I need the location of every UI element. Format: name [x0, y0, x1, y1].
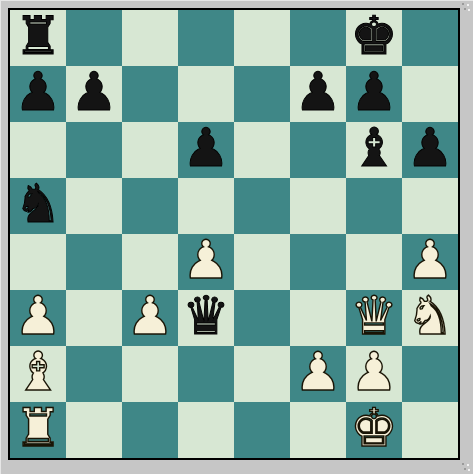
board-frame: ♜♚♟♟♟♟♟♝♟♞♟♟♟♟♛♛♞♝♟♟♜♚ [0, 0, 473, 474]
square-f8[interactable] [290, 10, 346, 66]
piece-white-pawn-d4[interactable]: ♟ [182, 232, 230, 288]
piece-white-queen-g3[interactable]: ♛ [350, 288, 398, 344]
square-b3[interactable] [66, 290, 122, 346]
piece-black-pawn-a7[interactable]: ♟ [14, 64, 62, 120]
square-a7[interactable]: ♟ [10, 66, 66, 122]
square-c2[interactable] [122, 346, 178, 402]
piece-white-bishop-a2[interactable]: ♝ [14, 344, 62, 400]
square-f6[interactable] [290, 122, 346, 178]
chess-board: ♜♚♟♟♟♟♟♝♟♞♟♟♟♟♛♛♞♝♟♟♜♚ [8, 8, 460, 460]
piece-white-pawn-c3[interactable]: ♟ [126, 288, 174, 344]
square-a6[interactable] [10, 122, 66, 178]
square-b8[interactable] [66, 10, 122, 66]
piece-white-rook-a1[interactable]: ♜ [14, 400, 62, 456]
square-c4[interactable] [122, 234, 178, 290]
square-b2[interactable] [66, 346, 122, 402]
square-g5[interactable] [346, 178, 402, 234]
square-g7[interactable]: ♟ [346, 66, 402, 122]
square-d7[interactable] [178, 66, 234, 122]
piece-white-pawn-g2[interactable]: ♟ [350, 344, 398, 400]
square-a1[interactable]: ♜ [10, 402, 66, 458]
square-e3[interactable] [234, 290, 290, 346]
square-d1[interactable] [178, 402, 234, 458]
piece-black-knight-a5[interactable]: ♞ [14, 176, 62, 232]
piece-black-pawn-h6[interactable]: ♟ [406, 120, 454, 176]
square-f5[interactable] [290, 178, 346, 234]
piece-white-pawn-f2[interactable]: ♟ [294, 344, 342, 400]
square-g8[interactable]: ♚ [346, 10, 402, 66]
square-h4[interactable]: ♟ [402, 234, 458, 290]
square-g3[interactable]: ♛ [346, 290, 402, 346]
square-e8[interactable] [234, 10, 290, 66]
square-d8[interactable] [178, 10, 234, 66]
square-h7[interactable] [402, 66, 458, 122]
square-f4[interactable] [290, 234, 346, 290]
frame-corner-texture-top-right [461, 2, 472, 13]
square-c1[interactable] [122, 402, 178, 458]
square-c5[interactable] [122, 178, 178, 234]
square-h3[interactable]: ♞ [402, 290, 458, 346]
square-c8[interactable] [122, 10, 178, 66]
piece-black-pawn-d6[interactable]: ♟ [182, 120, 230, 176]
square-g2[interactable]: ♟ [346, 346, 402, 402]
square-d3[interactable]: ♛ [178, 290, 234, 346]
square-b5[interactable] [66, 178, 122, 234]
piece-black-king-g8[interactable]: ♚ [350, 8, 398, 64]
square-e4[interactable] [234, 234, 290, 290]
square-a2[interactable]: ♝ [10, 346, 66, 402]
piece-black-pawn-f7[interactable]: ♟ [294, 64, 342, 120]
piece-black-bishop-g6[interactable]: ♝ [350, 120, 398, 176]
square-b4[interactable] [66, 234, 122, 290]
piece-white-pawn-h4[interactable]: ♟ [406, 232, 454, 288]
frame-corner-texture-bottom-right [461, 462, 472, 473]
piece-black-queen-d3[interactable]: ♛ [182, 288, 230, 344]
square-c3[interactable]: ♟ [122, 290, 178, 346]
square-a8[interactable]: ♜ [10, 10, 66, 66]
square-b7[interactable]: ♟ [66, 66, 122, 122]
square-d6[interactable]: ♟ [178, 122, 234, 178]
piece-black-rook-a8[interactable]: ♜ [14, 8, 62, 64]
square-f1[interactable] [290, 402, 346, 458]
square-h6[interactable]: ♟ [402, 122, 458, 178]
square-e7[interactable] [234, 66, 290, 122]
square-d2[interactable] [178, 346, 234, 402]
square-b1[interactable] [66, 402, 122, 458]
piece-white-pawn-a3[interactable]: ♟ [14, 288, 62, 344]
square-a5[interactable]: ♞ [10, 178, 66, 234]
square-a3[interactable]: ♟ [10, 290, 66, 346]
square-d4[interactable]: ♟ [178, 234, 234, 290]
square-e1[interactable] [234, 402, 290, 458]
square-h1[interactable] [402, 402, 458, 458]
square-g4[interactable] [346, 234, 402, 290]
square-c6[interactable] [122, 122, 178, 178]
square-d5[interactable] [178, 178, 234, 234]
square-g1[interactable]: ♚ [346, 402, 402, 458]
square-f3[interactable] [290, 290, 346, 346]
square-h8[interactable] [402, 10, 458, 66]
square-h2[interactable] [402, 346, 458, 402]
piece-white-king-g1[interactable]: ♚ [350, 400, 398, 456]
piece-black-pawn-b7[interactable]: ♟ [70, 64, 118, 120]
square-e6[interactable] [234, 122, 290, 178]
square-h5[interactable] [402, 178, 458, 234]
square-e2[interactable] [234, 346, 290, 402]
square-b6[interactable] [66, 122, 122, 178]
piece-black-pawn-g7[interactable]: ♟ [350, 64, 398, 120]
square-g6[interactable]: ♝ [346, 122, 402, 178]
piece-white-knight-h3[interactable]: ♞ [406, 288, 454, 344]
square-f7[interactable]: ♟ [290, 66, 346, 122]
square-f2[interactable]: ♟ [290, 346, 346, 402]
square-e5[interactable] [234, 178, 290, 234]
square-a4[interactable] [10, 234, 66, 290]
square-c7[interactable] [122, 66, 178, 122]
